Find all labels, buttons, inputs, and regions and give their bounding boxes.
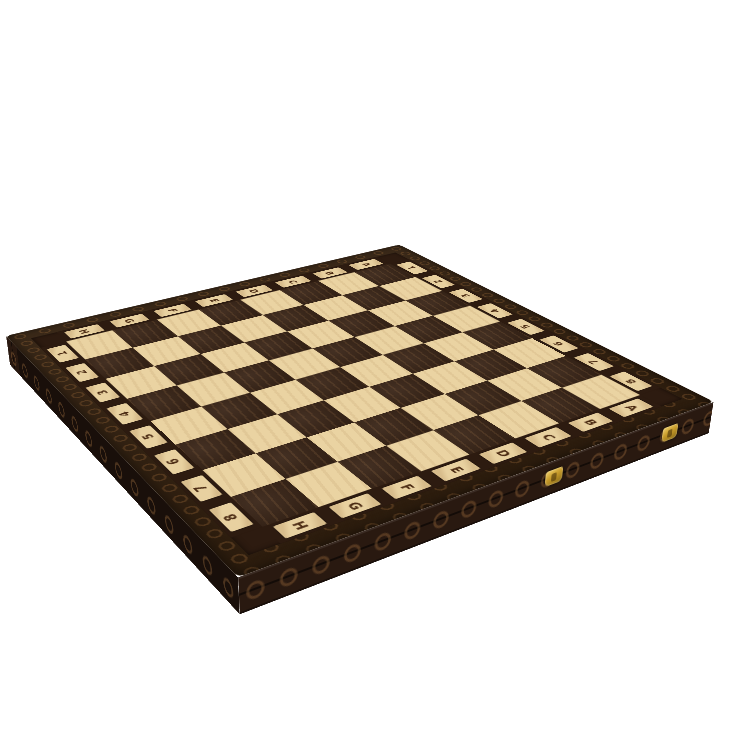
file-label-A: A — [359, 262, 373, 267]
file-label-F: F — [397, 483, 416, 492]
brass-clasp — [545, 466, 564, 487]
chess-board: HGFEDCBA HGFEDCBA 12345678 12345678 ♜♞♝♛… — [6, 245, 714, 577]
board-top-face: HGFEDCBA HGFEDCBA 12345678 12345678 ♜♞♝♛… — [6, 245, 714, 577]
file-label-F: F — [165, 308, 179, 313]
rank-label-4: 4 — [116, 410, 133, 417]
file-label-B: B — [323, 271, 337, 276]
file-label-C: C — [286, 279, 300, 284]
file-label-G: G — [122, 318, 137, 324]
file-label-D: D — [247, 288, 261, 293]
brass-clasp — [661, 423, 678, 443]
file-label-H: H — [77, 328, 92, 334]
rank-label-7: 7 — [192, 483, 211, 492]
rank-label-8: 8 — [221, 512, 241, 522]
file-label-E: E — [207, 298, 221, 303]
rank-label-6: 6 — [165, 457, 183, 466]
white-rook[interactable]: ♜ — [219, 385, 329, 508]
chess-set-photo: HGFEDCBA HGFEDCBA 12345678 12345678 ♜♞♝♛… — [0, 0, 750, 750]
rank-label-1: 1 — [55, 350, 70, 356]
